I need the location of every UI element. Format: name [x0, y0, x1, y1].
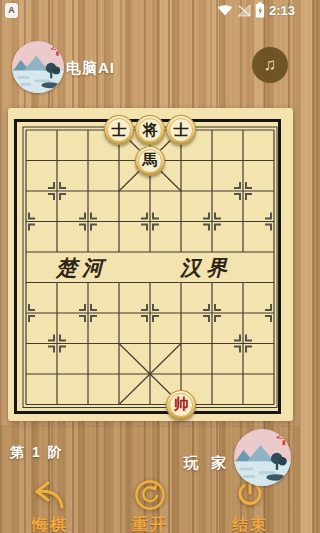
- status-bar-right: 2:13: [217, 2, 295, 18]
- app-badge-letter: A: [8, 5, 15, 15]
- landscape-painting: [234, 429, 291, 486]
- piece-black-将[interactable]: 将: [135, 115, 165, 145]
- clock: 2:13: [269, 3, 295, 18]
- stage-label: 第 1 阶: [10, 444, 64, 462]
- notification-app-icon: A: [5, 3, 18, 18]
- status-bar: A 2:13: [0, 0, 300, 20]
- action-bar: 悔棋 重开 结束: [0, 477, 300, 533]
- player-label: 玩 家: [184, 454, 230, 473]
- music-toggle-button[interactable]: ♫: [252, 47, 288, 83]
- player-avatar: [234, 429, 291, 486]
- undo-button[interactable]: 悔棋: [0, 477, 100, 533]
- piece-glyph: 帅: [174, 397, 189, 412]
- wifi-icon: [217, 4, 233, 16]
- opponent-name: 电脑AI: [66, 59, 115, 78]
- piece-glyph: 士: [174, 123, 189, 138]
- restart-label: 重开: [132, 515, 168, 533]
- piece-red-帅[interactable]: 帅: [166, 390, 196, 420]
- opponent-avatar: [12, 41, 64, 93]
- piece-glyph: 将: [143, 123, 158, 138]
- end-label: 结束: [232, 515, 268, 533]
- restart-icon: [132, 477, 168, 513]
- music-note-icon: ♫: [264, 55, 277, 75]
- river-label-chu: 楚河: [56, 254, 108, 282]
- restart-button[interactable]: 重开: [100, 477, 200, 533]
- piece-black-馬[interactable]: 馬: [135, 146, 165, 176]
- piece-black-士[interactable]: 士: [166, 115, 196, 145]
- xiangqi-board[interactable]: 楚河 汉界 士将士馬帅: [8, 108, 293, 421]
- piece-glyph: 馬: [143, 153, 158, 168]
- end-button[interactable]: 结束: [200, 477, 300, 533]
- landscape-painting: [12, 41, 64, 93]
- undo-arrow-icon: [32, 477, 68, 513]
- piece-black-士[interactable]: 士: [104, 115, 134, 145]
- undo-label: 悔棋: [32, 515, 68, 533]
- battery-charging-icon: [255, 2, 265, 18]
- no-signal-icon: [237, 4, 251, 17]
- piece-glyph: 士: [112, 123, 127, 138]
- river-label-han: 汉界: [180, 254, 232, 282]
